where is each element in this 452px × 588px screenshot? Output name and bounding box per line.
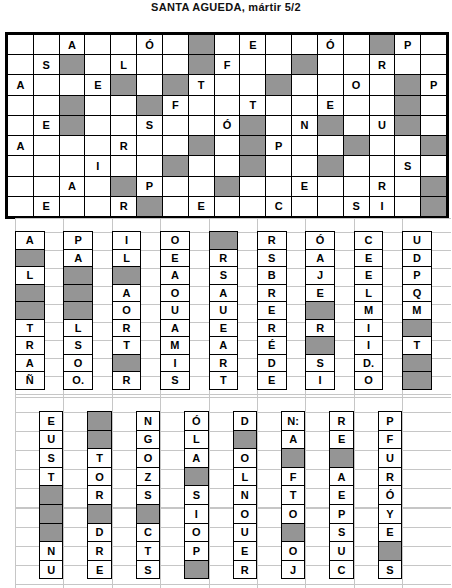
middle-cell-c9r5[interactable]: M: [403, 302, 431, 320]
middle-cell-c6r1[interactable]: R: [258, 232, 286, 250]
top-cell-r2c10[interactable]: [240, 55, 265, 74]
middle-cell-c7r7: [306, 337, 334, 355]
top-cell-r4c15[interactable]: [370, 96, 395, 115]
top-cell-r7c4[interactable]: I: [85, 156, 110, 175]
bottom-cell-c6r7: [282, 524, 305, 543]
top-cell-r3c3[interactable]: [60, 75, 85, 94]
top-cell-r6c16[interactable]: [395, 136, 420, 155]
top-cell-r5c10: [240, 116, 265, 135]
top-cell-r4c14[interactable]: [344, 96, 369, 115]
middle-cell-c6r7[interactable]: É: [258, 337, 286, 355]
top-cell-r1c13[interactable]: Ó: [318, 35, 343, 54]
top-cell-r5c16: [395, 116, 420, 135]
bottom-cell-c8r5[interactable]: Ó: [379, 486, 402, 505]
bottom-cell-c6r5[interactable]: T: [282, 486, 305, 505]
bottom-cell-c1r4[interactable]: T: [40, 468, 63, 487]
top-cell-r9c1[interactable]: [8, 197, 33, 216]
top-cell-r6c1[interactable]: A: [8, 136, 33, 155]
top-cell-r9c2[interactable]: E: [34, 197, 59, 216]
top-cell-r4c11[interactable]: [266, 96, 291, 115]
top-cell-r3c7: [163, 75, 188, 94]
bottom-cell-c1r9[interactable]: U: [40, 561, 63, 579]
top-cell-r9c14[interactable]: S: [344, 197, 369, 216]
top-cell-r7c1[interactable]: [8, 156, 33, 175]
top-cell-r1c15: [370, 35, 395, 54]
middle-cell-c4r8[interactable]: I: [161, 355, 189, 373]
top-cell-r1c12[interactable]: [292, 35, 317, 54]
middle-cell-c6r8[interactable]: D: [258, 355, 286, 373]
bottom-cell-c6r6[interactable]: O: [282, 505, 305, 524]
top-cell-r6c10: [240, 136, 265, 155]
middle-cell-c6r9[interactable]: E: [258, 372, 286, 389]
middle-cell-c1r8[interactable]: A: [16, 355, 44, 373]
top-cell-r6c7[interactable]: [163, 136, 188, 155]
bottom-cell-c1r6: [40, 505, 63, 524]
top-cell-r8c10[interactable]: [240, 177, 265, 196]
middle-cell-c7r6[interactable]: R: [306, 320, 334, 338]
top-cell-r5c1[interactable]: [8, 116, 33, 135]
middle-cell-c2r3: [64, 267, 92, 285]
middle-cell-c4r2[interactable]: E: [161, 250, 189, 268]
top-cell-r1c8: [189, 35, 214, 54]
top-cell-r5c4[interactable]: [85, 116, 110, 135]
bottom-cell-c6r1[interactable]: N:: [282, 412, 305, 431]
top-cell-r1c10[interactable]: E: [240, 35, 265, 54]
middle-cell-c9r2[interactable]: D: [403, 250, 431, 268]
top-cell-r4c4[interactable]: [85, 96, 110, 115]
top-cell-r6c5[interactable]: R: [111, 136, 136, 155]
top-cell-r2c3: [60, 55, 85, 74]
middle-cell-c1r1[interactable]: A: [16, 232, 44, 250]
bottom-cell-c7r7[interactable]: S: [330, 524, 353, 543]
bottom-cell-c7r4[interactable]: A: [330, 468, 353, 487]
middle-cell-c1r6[interactable]: T: [16, 320, 44, 338]
top-cell-r7c5[interactable]: [111, 156, 136, 175]
top-cell-r3c1[interactable]: A: [8, 75, 33, 94]
top-cell-r7c15[interactable]: [370, 156, 395, 175]
bottom-cell-c3r9[interactable]: S: [137, 561, 160, 579]
middle-cell-c4r5[interactable]: U: [161, 302, 189, 320]
middle-cell-c5r6[interactable]: E: [210, 320, 238, 338]
bottom-cell-c5r7[interactable]: U: [234, 524, 257, 543]
top-cell-r3c4[interactable]: E: [85, 75, 110, 94]
top-cell-r9c11[interactable]: C: [266, 197, 291, 216]
top-cell-r4c3: [60, 96, 85, 115]
bottom-cell-c8r7[interactable]: E: [379, 524, 402, 543]
top-cell-r3c2[interactable]: [34, 75, 59, 94]
top-cell-r8c5: [111, 177, 136, 196]
middle-column-9: UDPQMT: [402, 231, 432, 390]
puzzle-page: SANTA AGUEDA, mártir 5/2 AÓEÓPSLFRAETOPF…: [0, 0, 452, 588]
middle-column-1: ALTRAÑ: [15, 231, 45, 390]
bottom-cell-c5r4[interactable]: L: [234, 468, 257, 487]
top-cell-r3c10[interactable]: [240, 75, 265, 94]
top-cell-r5c3: [60, 116, 85, 135]
top-cell-r2c11[interactable]: [266, 55, 291, 74]
bottom-cell-c5r1[interactable]: D: [234, 412, 257, 431]
middle-cell-c9r1[interactable]: U: [403, 232, 431, 250]
middle-cell-c9r4[interactable]: Q: [403, 285, 431, 303]
top-cell-r4c16: [395, 96, 420, 115]
middle-cell-c7r3[interactable]: J: [306, 267, 334, 285]
top-cell-r1c9[interactable]: [215, 35, 240, 54]
middle-cell-c8r9[interactable]: O: [355, 372, 383, 389]
top-cell-r7c17[interactable]: [421, 156, 446, 175]
middle-cell-c3r5[interactable]: O: [113, 302, 141, 320]
top-cell-r8c3[interactable]: A: [60, 177, 85, 196]
top-cell-r8c14[interactable]: [344, 177, 369, 196]
top-cell-r2c1[interactable]: [8, 55, 33, 74]
bottom-cell-c1r7: [40, 524, 63, 543]
middle-cell-c5r5[interactable]: U: [210, 302, 238, 320]
top-cell-r1c6[interactable]: Ó: [137, 35, 162, 54]
top-cell-r4c2[interactable]: [34, 96, 59, 115]
top-cell-r4c8[interactable]: [189, 96, 214, 115]
bottom-cell-c4r9: [185, 561, 208, 579]
middle-cell-c9r7[interactable]: T: [403, 337, 431, 355]
middle-cell-c3r4[interactable]: A: [113, 285, 141, 303]
top-cell-r5c15[interactable]: U: [370, 116, 395, 135]
bottom-cell-c7r2[interactable]: E: [330, 431, 353, 450]
top-cell-r6c15[interactable]: [370, 136, 395, 155]
top-cell-r5c11[interactable]: [266, 116, 291, 135]
top-cell-r2c2[interactable]: S: [34, 55, 59, 74]
middle-cell-c4r7[interactable]: M: [161, 337, 189, 355]
middle-cell-c2r4: [64, 285, 92, 303]
top-cell-r9c3[interactable]: [60, 197, 85, 216]
bottom-cell-c2r2: [88, 431, 111, 450]
top-cell-r2c17[interactable]: [421, 55, 446, 74]
bottom-cell-c1r5: [40, 486, 63, 505]
top-cell-r9c5[interactable]: R: [111, 197, 136, 216]
middle-cell-c3r2[interactable]: L: [113, 250, 141, 268]
middle-cell-c7r5: [306, 302, 334, 320]
bottom-cell-c6r2[interactable]: A: [282, 431, 305, 450]
bottom-cell-c4r2[interactable]: L: [185, 431, 208, 450]
top-cell-r3c12[interactable]: [292, 75, 317, 94]
top-cell-r3c16: [395, 75, 420, 94]
top-cell-r7c16[interactable]: S: [395, 156, 420, 175]
bottom-cell-c4r4: [185, 468, 208, 487]
bottom-cell-c4r5[interactable]: S: [185, 486, 208, 505]
middle-cell-c1r9[interactable]: Ñ: [16, 372, 44, 389]
bottom-cell-c2r8[interactable]: R: [88, 542, 111, 561]
middle-cell-c9r9: [403, 372, 431, 389]
top-cell-r6c4[interactable]: [85, 136, 110, 155]
bottom-cell-c1r8[interactable]: N: [40, 542, 63, 561]
middle-cell-c7r1[interactable]: Ó: [306, 232, 334, 250]
middle-cell-c3r8: [113, 355, 141, 373]
middle-cell-c2r9[interactable]: O.: [64, 372, 92, 389]
top-cell-r7c3[interactable]: [60, 156, 85, 175]
top-cell-r9c6: [137, 197, 162, 216]
middle-cell-c7r8[interactable]: S: [306, 355, 334, 373]
bottom-cell-c3r3[interactable]: O: [137, 449, 160, 468]
top-cell-r5c13: [318, 116, 343, 135]
bottom-cell-c4r3[interactable]: A: [185, 449, 208, 468]
middle-column-4: OEAOUAMIS: [160, 231, 190, 390]
bottom-cell-c3r2[interactable]: G: [137, 431, 160, 450]
bottom-cell-c6r9[interactable]: J: [282, 561, 305, 579]
top-cell-r2c6[interactable]: [137, 55, 162, 74]
middle-cell-c5r9[interactable]: T: [210, 372, 238, 389]
top-cell-r2c5[interactable]: L: [111, 55, 136, 74]
top-cell-r2c15[interactable]: R: [370, 55, 395, 74]
middle-cell-c4r9[interactable]: S: [161, 372, 189, 389]
top-cell-r3c9[interactable]: [215, 75, 240, 94]
top-cell-r9c13[interactable]: [318, 197, 343, 216]
middle-cell-c6r6[interactable]: R: [258, 320, 286, 338]
top-cell-r2c7[interactable]: [163, 55, 188, 74]
middle-cell-c8r7[interactable]: I: [355, 337, 383, 355]
middle-cell-c8r6[interactable]: I: [355, 320, 383, 338]
top-cell-r9c7[interactable]: [163, 197, 188, 216]
bottom-cell-c4r8[interactable]: P: [185, 542, 208, 561]
bottom-cell-c8r9[interactable]: S: [379, 561, 402, 579]
top-cell-r6c11[interactable]: P: [266, 136, 291, 155]
top-cell-r3c11: [266, 75, 291, 94]
top-cell-r4c7[interactable]: F: [163, 96, 188, 115]
middle-cell-c5r7[interactable]: A: [210, 337, 238, 355]
bottom-cell-c2r5[interactable]: R: [88, 486, 111, 505]
top-cell-r1c3[interactable]: A: [60, 35, 85, 54]
bottom-column-3: NGOZSCTS: [136, 411, 161, 579]
top-cell-r8c2[interactable]: [34, 177, 59, 196]
top-cell-r8c6[interactable]: P: [137, 177, 162, 196]
bottom-cell-c3r7[interactable]: C: [137, 524, 160, 543]
bottom-cell-c5r9[interactable]: R: [234, 561, 257, 579]
top-cell-r8c11[interactable]: [266, 177, 291, 196]
top-cell-r1c17[interactable]: [421, 35, 446, 54]
top-cell-r4c5[interactable]: [111, 96, 136, 115]
top-cell-r1c7[interactable]: [163, 35, 188, 54]
bottom-cell-c3r4[interactable]: Z: [137, 468, 160, 487]
top-cell-r5c2[interactable]: E: [34, 116, 59, 135]
top-cell-r8c1[interactable]: [8, 177, 33, 196]
bottom-cell-c7r6[interactable]: P: [330, 505, 353, 524]
middle-cell-c3r6[interactable]: R: [113, 320, 141, 338]
top-cell-r4c13[interactable]: E: [318, 96, 343, 115]
bottom-cell-c7r8[interactable]: U: [330, 542, 353, 561]
middle-cell-c4r6[interactable]: A: [161, 320, 189, 338]
bottom-cell-c5r8[interactable]: E: [234, 542, 257, 561]
middle-cell-c4r4[interactable]: O: [161, 285, 189, 303]
middle-cell-c9r3[interactable]: P: [403, 267, 431, 285]
middle-cell-c9r6: [403, 320, 431, 338]
bottom-cell-c7r1[interactable]: R: [330, 412, 353, 431]
middle-cell-c5r3[interactable]: S: [210, 267, 238, 285]
top-cell-r8c4[interactable]: [85, 177, 110, 196]
top-cell-r5c9[interactable]: Ó: [215, 116, 240, 135]
bottom-column-2: TORDRE: [87, 411, 112, 579]
top-cell-r7c10: [240, 156, 265, 175]
bottom-cell-c8r8: [379, 542, 402, 561]
bottom-cell-c3r8[interactable]: T: [137, 542, 160, 561]
top-cell-r5c14[interactable]: [344, 116, 369, 135]
bottom-cell-c1r3[interactable]: S: [40, 449, 63, 468]
middle-cell-c8r2[interactable]: E: [355, 250, 383, 268]
top-cell-r7c11[interactable]: [266, 156, 291, 175]
middle-cell-c8r8[interactable]: D.: [355, 355, 383, 373]
top-cell-r4c12[interactable]: [292, 96, 317, 115]
bottom-cell-c6r8[interactable]: O: [282, 542, 305, 561]
top-cell-r2c16[interactable]: [395, 55, 420, 74]
bottom-cell-c4r6[interactable]: I: [185, 505, 208, 524]
middle-cell-c5r4[interactable]: A: [210, 285, 238, 303]
middle-cell-c3r9[interactable]: R: [113, 372, 141, 389]
top-cell-r5c6[interactable]: S: [137, 116, 162, 135]
top-cell-r7c12[interactable]: [292, 156, 317, 175]
middle-cell-c3r1[interactable]: I: [113, 232, 141, 250]
middle-cell-c2r1[interactable]: P: [64, 232, 92, 250]
top-cell-r7c9[interactable]: [215, 156, 240, 175]
top-cell-r4c1[interactable]: [8, 96, 33, 115]
top-cell-r9c17: [421, 197, 446, 216]
middle-cell-c8r3[interactable]: E: [355, 267, 383, 285]
top-cell-r1c16[interactable]: P: [395, 35, 420, 54]
middle-cell-c1r2: [16, 250, 44, 268]
top-cell-r4c17[interactable]: [421, 96, 446, 115]
top-cell-r5c7[interactable]: [163, 116, 188, 135]
top-cell-r5c12[interactable]: N: [292, 116, 317, 135]
bottom-cell-c3r5[interactable]: S: [137, 486, 160, 505]
top-cell-r8c13[interactable]: [318, 177, 343, 196]
bottom-cell-c3r6: [137, 505, 160, 524]
middle-cell-c6r2[interactable]: S: [258, 250, 286, 268]
top-cell-r1c4[interactable]: [85, 35, 110, 54]
middle-column-6: RSBRERÉDE: [257, 231, 287, 390]
top-cell-r3c5: [111, 75, 136, 94]
top-cell-r2c9[interactable]: F: [215, 55, 240, 74]
top-grid: AÓEÓPSLFRAETOPFTEESÓNUARPISAPERERECSI: [5, 32, 449, 219]
middle-cell-c2r7[interactable]: S: [64, 337, 92, 355]
bottom-cell-c8r1[interactable]: P: [379, 412, 402, 431]
top-cell-r7c14[interactable]: [344, 156, 369, 175]
middle-cell-c9r8: [403, 355, 431, 373]
middle-cell-c1r3[interactable]: L: [16, 267, 44, 285]
bottom-cell-c2r4[interactable]: O: [88, 468, 111, 487]
bottom-cell-c6r4[interactable]: F: [282, 468, 305, 487]
top-cell-r6c12[interactable]: [292, 136, 317, 155]
bottom-cell-c2r9[interactable]: E: [88, 561, 111, 579]
bottom-cell-c5r3[interactable]: O: [234, 449, 257, 468]
middle-cell-c1r7[interactable]: R: [16, 337, 44, 355]
top-cell-r6c6[interactable]: [137, 136, 162, 155]
bottom-cell-c3r1[interactable]: N: [137, 412, 160, 431]
top-cell-r8c12[interactable]: E: [292, 177, 317, 196]
middle-cell-c5r2[interactable]: R: [210, 250, 238, 268]
top-cell-r2c4[interactable]: [85, 55, 110, 74]
top-cell-r7c6[interactable]: [137, 156, 162, 175]
top-cell-r5c8[interactable]: [189, 116, 214, 135]
middle-cell-c6r5[interactable]: E: [258, 302, 286, 320]
top-cell-r9c4[interactable]: [85, 197, 110, 216]
top-cell-r7c2[interactable]: [34, 156, 59, 175]
top-cell-r2c14[interactable]: [344, 55, 369, 74]
middle-cell-c7r2[interactable]: A: [306, 250, 334, 268]
bottom-cell-c4r7[interactable]: O: [185, 524, 208, 543]
bottom-cell-c1r1[interactable]: E: [40, 412, 63, 431]
top-cell-r6c3[interactable]: [60, 136, 85, 155]
top-cell-r2c13[interactable]: [318, 55, 343, 74]
bottom-cell-c8r4[interactable]: R: [379, 468, 402, 487]
middle-cell-c6r4[interactable]: R: [258, 285, 286, 303]
top-cell-r9c12[interactable]: [292, 197, 317, 216]
top-cell-r6c9[interactable]: [215, 136, 240, 155]
bottom-cell-c7r5[interactable]: E: [330, 486, 353, 505]
middle-column-8: CEELMIID.O: [354, 231, 384, 390]
bottom-cell-c5r6[interactable]: O: [234, 505, 257, 524]
middle-cell-c8r1[interactable]: C: [355, 232, 383, 250]
middle-cell-c4r1[interactable]: O: [161, 232, 189, 250]
top-cell-r9c15[interactable]: I: [370, 197, 395, 216]
top-cell-r8c7[interactable]: [163, 177, 188, 196]
middle-cell-c7r4[interactable]: E: [306, 285, 334, 303]
top-cell-r8c16[interactable]: [395, 177, 420, 196]
top-cell-r1c2[interactable]: [34, 35, 59, 54]
bottom-column-8: PFURÓYES: [378, 411, 403, 579]
top-cell-r9c10[interactable]: [240, 197, 265, 216]
top-cell-r7c13: [318, 156, 343, 175]
bottom-cell-c8r6[interactable]: Y: [379, 505, 402, 524]
middle-cell-c2r6[interactable]: L: [64, 320, 92, 338]
top-cell-r9c8[interactable]: E: [189, 197, 214, 216]
bottom-column-5: DOLNOUER: [233, 411, 258, 579]
top-cell-r5c17[interactable]: [421, 116, 446, 135]
bottom-cell-c2r7[interactable]: D: [88, 524, 111, 543]
top-cell-r6c2[interactable]: [34, 136, 59, 155]
top-cell-r4c9[interactable]: [215, 96, 240, 115]
bottom-cell-c2r3[interactable]: T: [88, 449, 111, 468]
top-cell-r1c11[interactable]: [266, 35, 291, 54]
bottom-cell-c4r1[interactable]: Ó: [185, 412, 208, 431]
top-cell-r1c5[interactable]: [111, 35, 136, 54]
top-cell-r4c10[interactable]: T: [240, 96, 265, 115]
top-cell-r9c9[interactable]: [215, 197, 240, 216]
middle-cell-c6r3[interactable]: B: [258, 267, 286, 285]
middle-cell-c5r8[interactable]: R: [210, 355, 238, 373]
top-cell-r3c15[interactable]: [370, 75, 395, 94]
middle-cell-c8r5[interactable]: M: [355, 302, 383, 320]
top-cell-r8c9: [215, 177, 240, 196]
top-cell-r3c6[interactable]: [137, 75, 162, 94]
top-cell-r3c14[interactable]: O: [344, 75, 369, 94]
top-cell-r8c15[interactable]: R: [370, 177, 395, 196]
top-cell-r8c8[interactable]: [189, 177, 214, 196]
bottom-cell-c5r5[interactable]: N: [234, 486, 257, 505]
middle-column-7: ÓAJERSI: [305, 231, 335, 390]
top-cell-r1c1[interactable]: [8, 35, 33, 54]
top-cell-r5c5[interactable]: [111, 116, 136, 135]
middle-cell-c2r2[interactable]: A: [64, 250, 92, 268]
top-cell-r1c14[interactable]: [344, 35, 369, 54]
middle-cell-c7r9[interactable]: I: [306, 372, 334, 389]
bottom-cell-c8r3[interactable]: U: [379, 449, 402, 468]
top-cell-r3c13[interactable]: [318, 75, 343, 94]
bottom-cell-c8r2[interactable]: F: [379, 431, 402, 450]
middle-cell-c4r3[interactable]: A: [161, 267, 189, 285]
middle-cell-c3r7[interactable]: T: [113, 337, 141, 355]
top-cell-r7c8[interactable]: [189, 156, 214, 175]
middle-cell-c8r4[interactable]: L: [355, 285, 383, 303]
top-cell-r6c13[interactable]: [318, 136, 343, 155]
top-cell-r3c17[interactable]: P: [421, 75, 446, 94]
bottom-cell-c1r2[interactable]: U: [40, 431, 63, 450]
top-cell-r3c8[interactable]: T: [189, 75, 214, 94]
bottom-cell-c7r9[interactable]: C: [330, 561, 353, 579]
middle-cell-c2r8[interactable]: O: [64, 355, 92, 373]
top-cell-r9c16[interactable]: [395, 197, 420, 216]
